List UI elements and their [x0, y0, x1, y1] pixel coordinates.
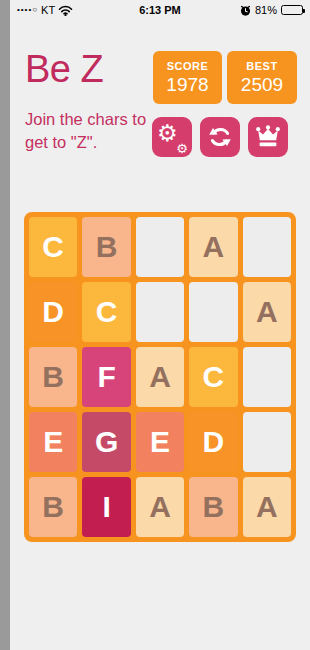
app-title: Be Z	[25, 47, 103, 91]
best-label: BEST	[227, 60, 297, 72]
app-screen: ••••○ KT 6:13 PM	[10, 0, 310, 650]
empty-cell-r4c5	[243, 412, 291, 472]
score-box: SCORE 1978	[153, 51, 222, 104]
empty-cell-r3c5	[243, 347, 291, 407]
carrier-label: KT	[41, 4, 55, 16]
empty-cell-r1c3	[136, 217, 184, 277]
tile-A-r5c3: A	[136, 477, 184, 537]
crown-icon	[255, 124, 281, 150]
settings-button[interactable]: ⚙⚙	[152, 117, 192, 157]
battery-tip	[303, 9, 305, 13]
tile-G-r4c2: G	[82, 412, 130, 472]
tile-B-r5c1: B	[29, 477, 77, 537]
leaderboard-button[interactable]	[248, 117, 288, 157]
empty-cell-r2c3	[136, 282, 184, 342]
tile-C-r1c1: C	[29, 217, 77, 277]
board[interactable]: CBADCABFACEGEDBIABA	[24, 212, 296, 542]
status-bar: ••••○ KT 6:13 PM	[10, 0, 310, 20]
alarm-clock-icon	[240, 5, 251, 16]
tile-F-r3c2: F	[82, 347, 130, 407]
score-value: 1978	[153, 74, 222, 96]
tile-A-r2c5: A	[243, 282, 291, 342]
restart-button[interactable]	[200, 117, 240, 157]
best-value: 2509	[227, 74, 297, 96]
tile-B-r5c4: B	[189, 477, 237, 537]
battery-icon	[281, 5, 303, 15]
status-right: 81%	[240, 4, 303, 16]
wifi-icon	[58, 5, 73, 16]
tile-E-r4c1: E	[29, 412, 77, 472]
subtitle: Join the chars to get to "Z".	[25, 108, 160, 154]
score-label: SCORE	[153, 60, 222, 72]
refresh-icon	[207, 124, 233, 150]
tile-B-r3c1: B	[29, 347, 77, 407]
empty-cell-r2c4	[189, 282, 237, 342]
tile-C-r3c4: C	[189, 347, 237, 407]
tile-I-r5c2: I	[82, 477, 130, 537]
empty-cell-r1c5	[243, 217, 291, 277]
subtitle-line-2: get to "Z".	[25, 131, 160, 154]
tile-A-r5c5: A	[243, 477, 291, 537]
gear-icon: ⚙⚙	[159, 124, 185, 150]
best-box: BEST 2509	[227, 51, 297, 104]
battery-percent-label: 81%	[255, 4, 277, 16]
tile-E-r4c3: E	[136, 412, 184, 472]
tile-C-r2c2: C	[82, 282, 130, 342]
tile-A-r1c4: A	[189, 217, 237, 277]
tile-B-r1c2: B	[82, 217, 130, 277]
status-left: ••••○ KT	[17, 0, 73, 20]
tile-A-r3c3: A	[136, 347, 184, 407]
subtitle-line-1: Join the chars to	[25, 108, 160, 131]
tile-D-r4c4: D	[189, 412, 237, 472]
tile-D-r2c1: D	[29, 282, 77, 342]
signal-strength-dots: ••••○	[17, 0, 38, 20]
